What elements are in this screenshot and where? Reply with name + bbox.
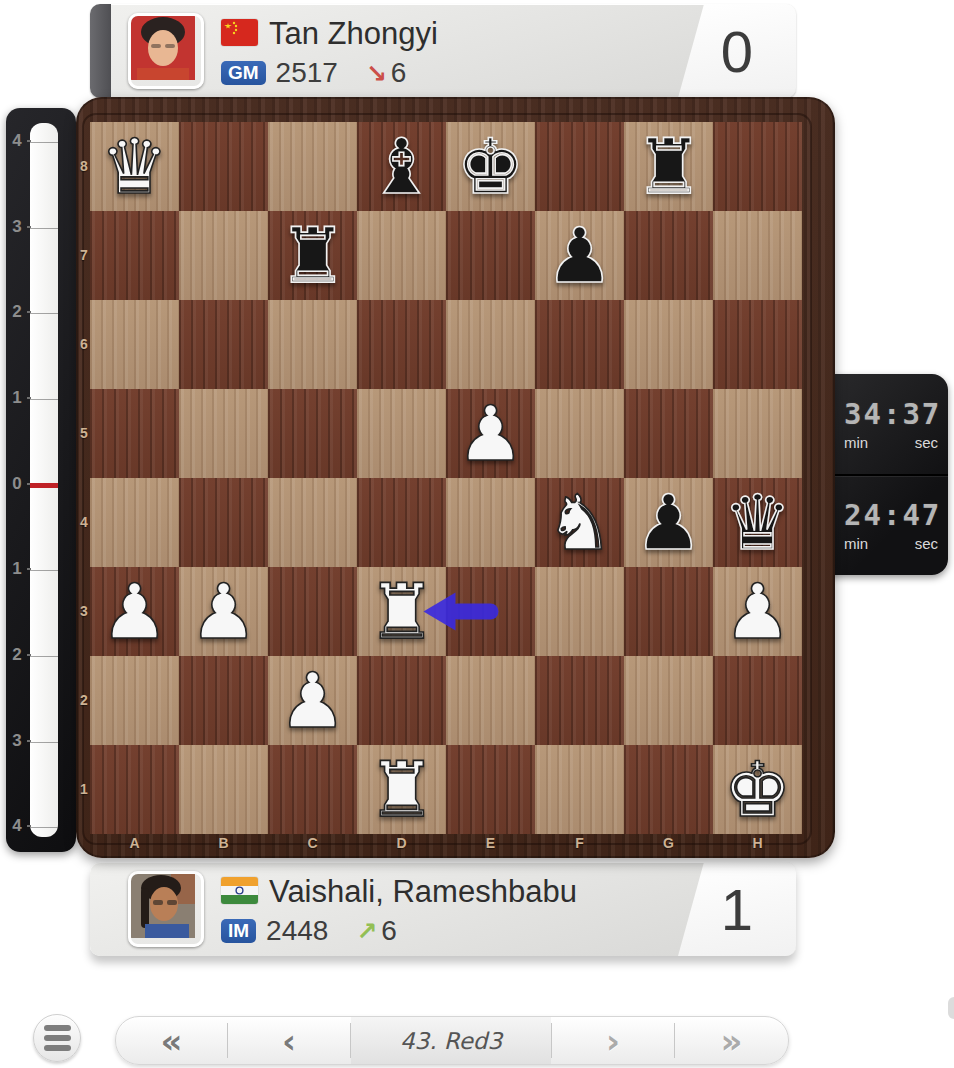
previous-move-button[interactable]: ‹ [228, 1017, 350, 1064]
square-e4[interactable] [446, 478, 535, 567]
previous-icon: ‹ [282, 1024, 296, 1058]
piece-wP: ♟ [723, 567, 791, 656]
square-g5[interactable] [624, 389, 713, 478]
square-a7[interactable] [90, 211, 179, 300]
square-d1[interactable]: ♜ [357, 745, 446, 834]
square-f2[interactable] [535, 656, 624, 745]
next-icon: › [606, 1024, 620, 1058]
piece-wP: ♟ [100, 567, 168, 656]
square-c4[interactable] [268, 478, 357, 567]
broadcast-view: Tan Zhongyi GM 2517 ↘ 6 0 432101234 34:3… [0, 0, 954, 1068]
square-a4[interactable] [90, 478, 179, 567]
square-c2[interactable]: ♟ [268, 656, 357, 745]
square-g2[interactable] [624, 656, 713, 745]
square-e3[interactable] [446, 567, 535, 656]
square-g8[interactable]: ♜ [624, 122, 713, 211]
square-e6[interactable] [446, 300, 535, 389]
square-f3[interactable] [535, 567, 624, 656]
piece-bP: ♟ [634, 478, 702, 567]
square-a3[interactable]: ♟ [90, 567, 179, 656]
piece-bR: ♜ [634, 122, 702, 211]
square-h6[interactable] [713, 300, 802, 389]
square-g4[interactable]: ♟ [624, 478, 713, 567]
square-h5[interactable] [713, 389, 802, 478]
clock-top: 34:37 min sec [822, 374, 948, 474]
score-section: 1 [678, 862, 796, 956]
square-h8[interactable] [713, 122, 802, 211]
piece-wQ: ♛ [100, 122, 168, 211]
square-h4[interactable]: ♛ [713, 478, 802, 567]
square-d6[interactable] [357, 300, 446, 389]
piece-bB: ♝ [367, 122, 435, 211]
piece-wP: ♟ [456, 389, 524, 478]
square-d3[interactable]: ♜ [357, 567, 446, 656]
first-move-button[interactable]: « [116, 1017, 227, 1064]
square-g1[interactable] [624, 745, 713, 834]
square-c7[interactable]: ♜ [268, 211, 357, 300]
piece-bQ: ♛ [723, 478, 791, 567]
square-a5[interactable] [90, 389, 179, 478]
square-a8[interactable]: ♛ [90, 122, 179, 211]
flag-china-icon [221, 19, 258, 46]
rating-trend-value: 6 [391, 57, 407, 89]
match-score: 0 [721, 18, 753, 85]
square-f8[interactable] [535, 122, 624, 211]
rating-trend-down-icon: ↘ [366, 59, 387, 88]
player-rating: 2517 [276, 57, 338, 89]
square-e2[interactable] [446, 656, 535, 745]
square-c8[interactable] [268, 122, 357, 211]
square-c6[interactable] [268, 300, 357, 389]
evaluation-bar: 432101234 [6, 108, 76, 852]
piece-bR: ♜ [278, 211, 346, 300]
square-h3[interactable]: ♟ [713, 567, 802, 656]
evaluation-bar-track [30, 123, 58, 837]
piece-wR: ♜ [367, 567, 435, 656]
title-badge: IM [221, 919, 256, 943]
square-d4[interactable] [357, 478, 446, 567]
square-d8[interactable]: ♝ [357, 122, 446, 211]
piece-wK: ♚ [723, 745, 791, 834]
square-b5[interactable] [179, 389, 268, 478]
current-move-label: 43. Red3 [400, 1028, 502, 1054]
menu-button[interactable] [33, 1014, 81, 1062]
square-c1[interactable] [268, 745, 357, 834]
square-a1[interactable] [90, 745, 179, 834]
match-score: 1 [721, 876, 753, 943]
clock-bottom-time: 24:47 [844, 498, 948, 532]
clock-bottom-min-label: min [844, 535, 868, 552]
player-card-bottom: Vaishali, Rameshbabu IM 2448 ↗ 6 1 [90, 862, 796, 956]
rating-trend-value: 6 [381, 915, 397, 947]
square-g7[interactable] [624, 211, 713, 300]
square-e8[interactable]: ♚ [446, 122, 535, 211]
hamburger-icon [44, 1045, 71, 1051]
square-b6[interactable] [179, 300, 268, 389]
next-move-button[interactable]: › [552, 1017, 674, 1064]
square-h1[interactable]: ♚ [713, 745, 802, 834]
clock-top-min-label: min [844, 434, 868, 451]
clock-top-time: 34:37 [844, 397, 948, 431]
flag-india-icon [221, 877, 258, 904]
player-card-top: Tan Zhongyi GM 2517 ↘ 6 0 [90, 4, 796, 98]
square-a6[interactable] [90, 300, 179, 389]
current-move-display: 43. Red3 [351, 1017, 551, 1064]
piece-bK: ♚ [456, 122, 524, 211]
square-b8[interactable] [179, 122, 268, 211]
rank-labels: 87654321 [76, 122, 90, 834]
piece-wN: ♞ [545, 478, 613, 567]
title-badge: GM [221, 61, 266, 85]
board-squares: ♛♝♚♜♜♟♟♞♟♛♟♟♜♟♟♜♚ [90, 122, 802, 834]
skip-to-end-icon: » [721, 1024, 743, 1058]
clock-bottom-sec-label: sec [915, 535, 938, 552]
square-g6[interactable] [624, 300, 713, 389]
square-h7[interactable] [713, 211, 802, 300]
square-f5[interactable] [535, 389, 624, 478]
square-b7[interactable] [179, 211, 268, 300]
offscreen-element-edge [948, 997, 954, 1019]
square-d5[interactable] [357, 389, 446, 478]
square-c3[interactable] [268, 567, 357, 656]
square-d7[interactable] [357, 211, 446, 300]
clock-panel: 34:37 min sec 24:47 min sec [822, 374, 948, 575]
piece-wP: ♟ [278, 656, 346, 745]
hamburger-icon [44, 1035, 71, 1041]
piece-bP: ♟ [545, 211, 613, 300]
square-b3[interactable]: ♟ [179, 567, 268, 656]
last-move-button[interactable]: » [675, 1017, 788, 1064]
square-e1[interactable] [446, 745, 535, 834]
square-d2[interactable] [357, 656, 446, 745]
piece-wP: ♟ [189, 567, 257, 656]
chess-board: ♛♝♚♜♜♟♟♞♟♛♟♟♜♟♟♜♚ 87654321 ABCDEFGH [76, 97, 835, 858]
square-c5[interactable] [268, 389, 357, 478]
square-f1[interactable] [535, 745, 624, 834]
square-a2[interactable] [90, 656, 179, 745]
player-rating: 2448 [266, 915, 328, 947]
square-e5[interactable]: ♟ [446, 389, 535, 478]
clock-bottom: 24:47 min sec [822, 476, 948, 576]
avatar [128, 871, 204, 947]
square-b4[interactable] [179, 478, 268, 567]
player-name: Tan Zhongyi [269, 16, 438, 52]
move-navigation: « ‹ 43. Red3 › » [115, 1016, 789, 1065]
square-h2[interactable] [713, 656, 802, 745]
score-section: 0 [678, 4, 796, 98]
clock-top-sec-label: sec [915, 434, 938, 451]
player-name: Vaishali, Rameshbabu [269, 874, 577, 910]
rating-trend-up-icon: ↗ [356, 917, 377, 946]
file-labels: ABCDEFGH [90, 835, 802, 857]
piece-wR: ♜ [367, 745, 435, 834]
square-b2[interactable] [179, 656, 268, 745]
square-f6[interactable] [535, 300, 624, 389]
skip-to-start-icon: « [161, 1024, 183, 1058]
square-g3[interactable] [624, 567, 713, 656]
hamburger-icon [44, 1025, 71, 1031]
card-drag-handle[interactable] [90, 4, 111, 98]
square-f7[interactable]: ♟ [535, 211, 624, 300]
square-e7[interactable] [446, 211, 535, 300]
evaluation-marker [30, 483, 58, 488]
avatar [128, 13, 204, 89]
square-f4[interactable]: ♞ [535, 478, 624, 567]
square-b1[interactable] [179, 745, 268, 834]
